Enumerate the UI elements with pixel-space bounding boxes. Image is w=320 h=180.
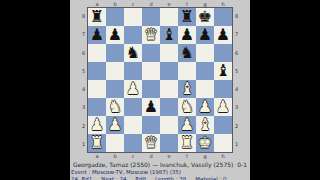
square-h6 — [214, 44, 232, 62]
piece-white-knight: ♞ — [108, 98, 122, 116]
square-f4: ♝ — [178, 80, 196, 98]
square-a3 — [88, 98, 106, 116]
file-label-a: a — [88, 153, 106, 159]
square-b8 — [106, 8, 124, 26]
square-b3: ♞ — [106, 98, 124, 116]
rank-label-4: 4 — [80, 80, 87, 98]
black-player-name: Ivanchuk, Vassily — [160, 161, 211, 168]
piece-white-queen: ♛ — [144, 26, 158, 44]
square-f5 — [178, 62, 196, 80]
square-e6 — [160, 44, 178, 62]
chess-app-content: abcdefgh 87654321 ♜♜♚♟♟♛♝♟♟♟♞♞♝♟♝♞♟♞♟♟♟♟… — [70, 0, 250, 180]
square-f8: ♜ — [178, 8, 196, 26]
square-b5 — [106, 62, 124, 80]
white-player-name: Georgadze, Tamaz — [73, 161, 128, 168]
square-b1 — [106, 134, 124, 152]
piece-black-pawn: ♟ — [198, 26, 212, 44]
square-d4 — [142, 80, 160, 98]
players-line: Georgadze, Tamaz (2550) — Ivanchuk, Vass… — [71, 161, 249, 168]
square-f7: ♟ — [178, 26, 196, 44]
white-player-elo: (2550) — [130, 161, 150, 168]
square-f1: ♜ — [178, 134, 196, 152]
piece-white-knight: ♞ — [180, 98, 194, 116]
piece-black-knight: ♞ — [180, 44, 194, 62]
rank-label-1: 1 — [233, 135, 240, 153]
square-d5 — [142, 62, 160, 80]
square-g3: ♟ — [196, 98, 214, 116]
square-e5 — [160, 62, 178, 80]
black-player-elo: (2575) — [213, 161, 233, 168]
piece-white-pawn: ♟ — [180, 116, 194, 134]
square-b4 — [106, 80, 124, 98]
rank-label-5: 5 — [80, 62, 87, 80]
piece-black-pawn: ♟ — [90, 26, 104, 44]
piece-black-pawn: ♟ — [144, 98, 158, 116]
square-c5 — [124, 62, 142, 80]
rank-label-7: 7 — [233, 25, 240, 43]
rank-labels-left: 87654321 — [80, 7, 87, 153]
game-length: Length : 38 — [155, 176, 186, 180]
piece-white-pawn: ♟ — [216, 98, 230, 116]
square-g1: ♚ — [196, 134, 214, 152]
square-h4 — [214, 80, 232, 98]
piece-white-rook: ♜ — [180, 134, 194, 152]
piece-white-queen: ♛ — [144, 134, 158, 152]
rank-label-5: 5 — [233, 62, 240, 80]
piece-black-knight: ♞ — [126, 44, 140, 62]
square-g8: ♚ — [196, 8, 214, 26]
square-c2 — [124, 116, 142, 134]
square-b2: ♟ — [106, 116, 124, 134]
square-d3: ♟ — [142, 98, 160, 116]
square-c3 — [124, 98, 142, 116]
square-a5 — [88, 62, 106, 80]
letterbox-right — [250, 0, 320, 180]
square-a8: ♜ — [88, 8, 106, 26]
square-d7: ♛ — [142, 26, 160, 44]
piece-white-rook: ♜ — [90, 134, 104, 152]
rank-label-8: 8 — [233, 7, 240, 25]
square-e1 — [160, 134, 178, 152]
file-labels-bottom: abcdefgh — [88, 153, 232, 159]
players-separator: — — [152, 161, 158, 168]
rank-label-6: 6 — [233, 44, 240, 62]
square-h7: ♟ — [214, 26, 232, 44]
rank-label-7: 7 — [80, 25, 87, 43]
rank-label-2: 2 — [233, 117, 240, 135]
material-balance: Material : 0 — [195, 176, 226, 180]
square-c6: ♞ — [124, 44, 142, 62]
rank-labels-right: 87654321 — [233, 7, 240, 153]
piece-black-king: ♚ — [198, 8, 212, 26]
video-frame: abcdefgh 87654321 ♜♜♚♟♟♛♝♟♟♟♞♞♝♟♝♞♟♞♟♟♟♟… — [0, 0, 320, 180]
game-caption: Georgadze, Tamaz (2550) — Ivanchuk, Vass… — [70, 160, 250, 180]
square-e7: ♝ — [160, 26, 178, 44]
square-h1 — [214, 134, 232, 152]
letterbox-left — [0, 0, 70, 180]
square-c1 — [124, 134, 142, 152]
square-c4: ♟ — [124, 80, 142, 98]
file-label-g: g — [196, 153, 214, 159]
square-d2 — [142, 116, 160, 134]
event-line: Event : Moscow-TV, Moscow (1987) (35) — [71, 169, 249, 175]
square-e2 — [160, 116, 178, 134]
piece-black-pawn: ♟ — [216, 26, 230, 44]
square-g2: ♝ — [196, 116, 214, 134]
square-c7 — [124, 26, 142, 44]
square-a4 — [88, 80, 106, 98]
square-g6 — [196, 44, 214, 62]
rank-label-4: 4 — [233, 80, 240, 98]
rank-label-1: 1 — [80, 135, 87, 153]
square-a7: ♟ — [88, 26, 106, 44]
square-f3: ♞ — [178, 98, 196, 116]
piece-black-pawn: ♟ — [108, 26, 122, 44]
square-e8 — [160, 8, 178, 26]
square-h5: ♝ — [214, 62, 232, 80]
piece-black-pawn: ♟ — [180, 26, 194, 44]
piece-black-rook: ♜ — [180, 8, 194, 26]
square-a6 — [88, 44, 106, 62]
square-h3: ♟ — [214, 98, 232, 116]
square-f6: ♞ — [178, 44, 196, 62]
square-h2 — [214, 116, 232, 134]
piece-black-bishop: ♝ — [162, 26, 176, 44]
file-label-b: b — [106, 153, 124, 159]
stats-line: 24. Rd1 Next : 24. ...Rd8 Length : 38 Ma… — [71, 176, 249, 180]
board-zone: abcdefgh 87654321 ♜♜♚♟♟♛♝♟♟♟♞♞♝♟♝♞♟♞♟♟♟♟… — [80, 1, 240, 159]
piece-white-pawn: ♟ — [108, 116, 122, 134]
square-a1: ♜ — [88, 134, 106, 152]
piece-black-rook: ♜ — [90, 8, 104, 26]
piece-white-pawn: ♟ — [198, 98, 212, 116]
file-label-d: d — [142, 153, 160, 159]
square-d6 — [142, 44, 160, 62]
square-g4 — [196, 80, 214, 98]
square-h8 — [214, 8, 232, 26]
move-played: 24. Rd1 — [71, 176, 92, 180]
file-label-c: c — [124, 153, 142, 159]
square-f2: ♟ — [178, 116, 196, 134]
square-g5 — [196, 62, 214, 80]
piece-black-bishop: ♝ — [216, 62, 230, 80]
square-a2: ♟ — [88, 116, 106, 134]
square-d1: ♛ — [142, 134, 160, 152]
square-b6 — [106, 44, 124, 62]
game-result: 0-1 — [237, 161, 247, 168]
chess-board: ♜♜♚♟♟♛♝♟♟♟♞♞♝♟♝♞♟♞♟♟♟♟♟♝♜♛♜♚ — [87, 7, 233, 153]
square-b7: ♟ — [106, 26, 124, 44]
rank-label-6: 6 — [80, 44, 87, 62]
piece-white-bishop: ♝ — [180, 80, 194, 98]
square-e3 — [160, 98, 178, 116]
square-e4 — [160, 80, 178, 98]
piece-white-pawn: ♟ — [126, 80, 140, 98]
rank-label-8: 8 — [80, 7, 87, 25]
file-label-h: h — [214, 153, 232, 159]
rank-label-2: 2 — [80, 117, 87, 135]
rank-label-3: 3 — [233, 98, 240, 116]
next-move: Next : 24. ...Rd8 — [101, 176, 146, 180]
file-label-e: e — [160, 153, 178, 159]
square-g7: ♟ — [196, 26, 214, 44]
rank-label-3: 3 — [80, 98, 87, 116]
piece-white-pawn: ♟ — [90, 116, 104, 134]
piece-white-bishop: ♝ — [198, 116, 212, 134]
piece-white-king: ♚ — [198, 134, 212, 152]
square-d8 — [142, 8, 160, 26]
file-label-f: f — [178, 153, 196, 159]
square-c8 — [124, 8, 142, 26]
